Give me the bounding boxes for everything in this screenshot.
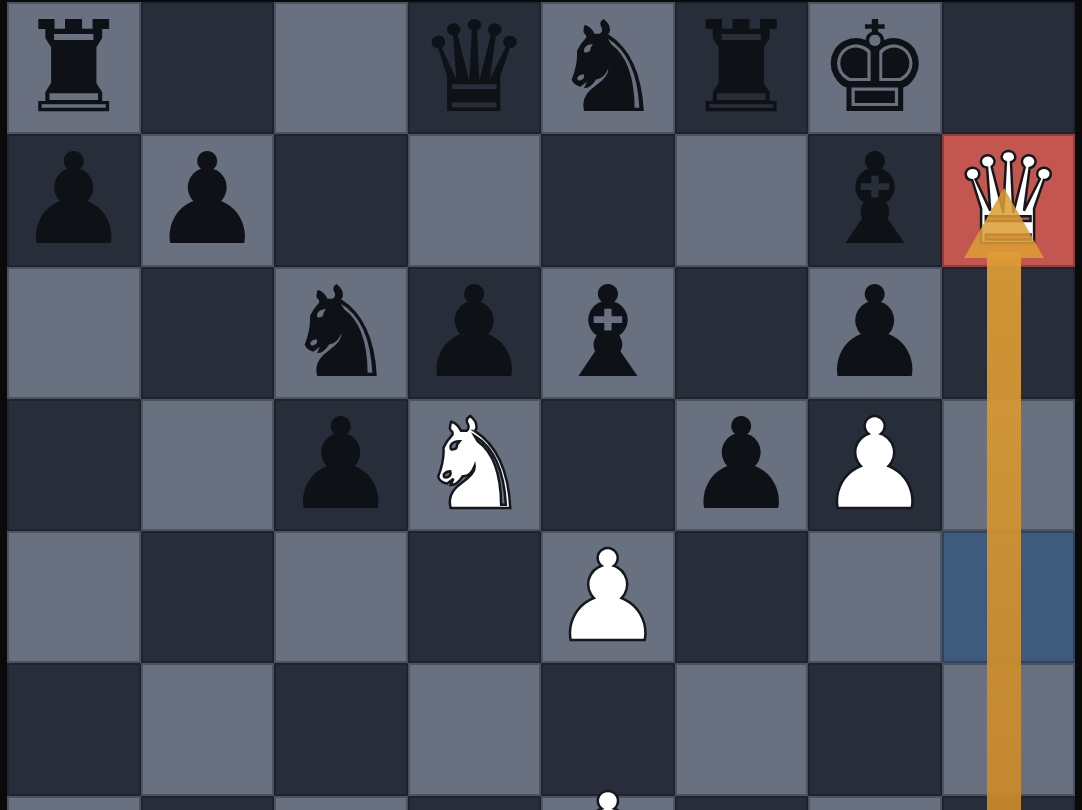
chess-board: ♜♛♞♜♚♟♟♝♛♞♟♝♟♟♞♟♟♟♝ (7, 2, 1075, 810)
screen-edge-top (0, 0, 1082, 2)
black-rook-a8[interactable]: ♜ (7, 2, 141, 134)
square-f5[interactable]: ♟ (675, 399, 809, 531)
square-c5[interactable]: ♟ (274, 399, 408, 531)
square-a4[interactable] (7, 531, 141, 663)
white-bishop-e2[interactable]: ♝ (541, 774, 675, 810)
square-e4[interactable]: ♟ (541, 531, 675, 663)
square-f4[interactable] (675, 531, 809, 663)
move-arrow-shaft (987, 252, 1021, 810)
square-f3[interactable] (675, 663, 809, 795)
square-b8[interactable] (141, 2, 275, 134)
black-bishop-g7[interactable]: ♝ (808, 134, 942, 266)
square-a7[interactable]: ♟ (7, 134, 141, 266)
square-g6[interactable]: ♟ (808, 267, 942, 399)
square-d7[interactable] (408, 134, 542, 266)
black-pawn-f5[interactable]: ♟ (675, 399, 809, 531)
square-c8[interactable] (274, 2, 408, 134)
black-pawn-g6[interactable]: ♟ (808, 267, 942, 399)
square-e7[interactable] (541, 134, 675, 266)
black-queen-d8[interactable]: ♛ (408, 2, 542, 134)
square-g7[interactable]: ♝ (808, 134, 942, 266)
square-a8[interactable]: ♜ (7, 2, 141, 134)
square-g4[interactable] (808, 531, 942, 663)
square-e8[interactable]: ♞ (541, 2, 675, 134)
black-king-g8[interactable]: ♚ (808, 2, 942, 134)
black-rook-f8[interactable]: ♜ (675, 2, 809, 134)
white-pawn-g5[interactable]: ♟ (808, 399, 942, 531)
screen-edge-left (0, 0, 7, 810)
square-b3[interactable] (141, 663, 275, 795)
square-a6[interactable] (7, 267, 141, 399)
square-b6[interactable] (141, 267, 275, 399)
white-pawn-e4[interactable]: ♟ (541, 531, 675, 663)
black-knight-c6[interactable]: ♞ (274, 267, 408, 399)
square-g5[interactable]: ♟ (808, 399, 942, 531)
black-pawn-a7[interactable]: ♟ (7, 134, 141, 266)
square-c4[interactable] (274, 531, 408, 663)
square-f2[interactable] (675, 796, 809, 810)
square-a5[interactable] (7, 399, 141, 531)
square-a3[interactable] (7, 663, 141, 795)
square-d3[interactable] (408, 663, 542, 795)
square-d6[interactable]: ♟ (408, 267, 542, 399)
white-knight-d5[interactable]: ♞ (408, 399, 542, 531)
square-b2[interactable] (141, 796, 275, 810)
square-h8[interactable] (942, 2, 1076, 134)
screen-edge-right (1075, 0, 1082, 810)
square-b5[interactable] (141, 399, 275, 531)
square-c2[interactable] (274, 796, 408, 810)
square-b4[interactable] (141, 531, 275, 663)
square-f7[interactable] (675, 134, 809, 266)
square-d8[interactable]: ♛ (408, 2, 542, 134)
square-c3[interactable] (274, 663, 408, 795)
black-knight-e8[interactable]: ♞ (541, 2, 675, 134)
square-g2[interactable] (808, 796, 942, 810)
square-f6[interactable] (675, 267, 809, 399)
square-e5[interactable] (541, 399, 675, 531)
app-screen: ♜♛♞♜♚♟♟♝♛♞♟♝♟♟♞♟♟♟♝ (0, 0, 1082, 810)
square-e6[interactable]: ♝ (541, 267, 675, 399)
black-bishop-e6[interactable]: ♝ (541, 267, 675, 399)
square-e2[interactable]: ♝ (541, 796, 675, 810)
square-a2[interactable] (7, 796, 141, 810)
square-g3[interactable] (808, 663, 942, 795)
black-pawn-b7[interactable]: ♟ (141, 134, 275, 266)
square-c6[interactable]: ♞ (274, 267, 408, 399)
square-f8[interactable]: ♜ (675, 2, 809, 134)
square-d2[interactable] (408, 796, 542, 810)
square-b7[interactable]: ♟ (141, 134, 275, 266)
black-pawn-d6[interactable]: ♟ (408, 267, 542, 399)
square-d4[interactable] (408, 531, 542, 663)
square-g8[interactable]: ♚ (808, 2, 942, 134)
square-c7[interactable] (274, 134, 408, 266)
move-arrow-head (964, 188, 1044, 258)
black-pawn-c5[interactable]: ♟ (274, 399, 408, 531)
square-d5[interactable]: ♞ (408, 399, 542, 531)
